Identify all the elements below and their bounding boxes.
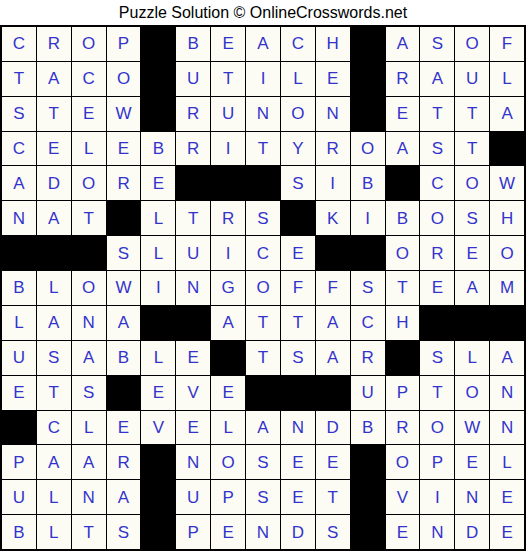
letter-cell-r11c12: P [386,376,420,410]
letter-cell-r15c8: N [246,515,280,549]
letter-cell-r15c9: D [281,515,315,549]
letter-cell-r3c15: A [490,97,524,131]
letter-cell-r1c14: O [455,27,489,61]
black-cell-r9c15 [490,306,524,340]
black-cell-r14c5 [141,480,175,514]
letter-cell-r13c1: P [2,445,36,479]
black-cell-r1c5 [141,27,175,61]
letter-cell-r10c1: U [2,341,36,375]
letter-cell-r3c8: N [246,97,280,131]
letter-cell-r7c12: O [386,236,420,270]
letter-cell-r11c3: S [72,376,106,410]
letter-cell-r13c6: N [176,445,210,479]
black-cell-r2c11 [351,62,385,96]
crossword-grid: CROPBEACHASOFTACOUTILERAULSTEWRUNONETTAC… [0,25,526,551]
letter-cell-r2c15: L [490,62,524,96]
letter-cell-r1c2: R [37,27,71,61]
letter-cell-r3c6: R [176,97,210,131]
letter-cell-r15c13: N [420,515,454,549]
letter-cell-r8c3: O [72,271,106,305]
letter-cell-r1c8: A [246,27,280,61]
letter-cell-r8c8: O [246,271,280,305]
letter-cell-r6c5: L [141,201,175,235]
black-cell-r7c3 [72,236,106,270]
letter-cell-r1c9: C [281,27,315,61]
letter-cell-r1c4: P [107,27,141,61]
letter-cell-r4c2: E [37,132,71,166]
black-cell-r13c11 [351,445,385,479]
letter-cell-r14c8: S [246,480,280,514]
black-cell-r5c8 [246,166,280,200]
letter-cell-r6c11: I [351,201,385,235]
letter-cell-r8c5: I [141,271,175,305]
letter-cell-r12c10: D [316,411,350,445]
letter-cell-r7c7: I [211,236,245,270]
letter-cell-r3c14: T [455,97,489,131]
black-cell-r7c10 [316,236,350,270]
letter-cell-r8c15: M [490,271,524,305]
letter-cell-r15c15: E [490,515,524,549]
letter-cell-r13c2: A [37,445,71,479]
letter-cell-r8c2: L [37,271,71,305]
letter-cell-r9c11: C [351,306,385,340]
letter-cell-r2c2: A [37,62,71,96]
letter-cell-r15c14: D [455,515,489,549]
letter-cell-r14c4: A [107,480,141,514]
letter-cell-r14c10: T [316,480,350,514]
letter-cell-r14c9: E [281,480,315,514]
letter-cell-r2c1: T [2,62,36,96]
black-cell-r15c5 [141,515,175,549]
black-cell-r13c5 [141,445,175,479]
letter-cell-r6c1: N [2,201,36,235]
letter-cell-r4c13: S [420,132,454,166]
letter-cell-r7c5: L [141,236,175,270]
letter-cell-r5c14: O [455,166,489,200]
puzzle-solution-page: Puzzle Solution © OnlineCrosswords.net C… [0,0,526,551]
letter-cell-r6c13: O [420,201,454,235]
letter-cell-r12c7: L [211,411,245,445]
letter-cell-r10c8: T [246,341,280,375]
letter-cell-r3c9: O [281,97,315,131]
letter-cell-r1c12: A [386,27,420,61]
letter-cell-r9c2: A [37,306,71,340]
letter-cell-r10c14: L [455,341,489,375]
black-cell-r5c12 [386,166,420,200]
black-cell-r10c7 [211,341,245,375]
letter-cell-r13c14: E [455,445,489,479]
letter-cell-r14c12: V [386,480,420,514]
letter-cell-r14c2: L [37,480,71,514]
letter-cell-r10c6: E [176,341,210,375]
letter-cell-r1c7: E [211,27,245,61]
letter-cell-r15c6: P [176,515,210,549]
letter-cell-r12c12: R [386,411,420,445]
letter-cell-r4c14: T [455,132,489,166]
black-cell-r12c1 [2,411,36,445]
letter-cell-r3c10: N [316,97,350,131]
letter-cell-r13c13: P [420,445,454,479]
letter-cell-r2c4: O [107,62,141,96]
letter-cell-r10c13: S [420,341,454,375]
letter-cell-r11c14: O [455,376,489,410]
letter-cell-r12c6: E [176,411,210,445]
letter-cell-r2c7: T [211,62,245,96]
letter-cell-r15c2: L [37,515,71,549]
letter-cell-r7c4: S [107,236,141,270]
letter-cell-r7c15: O [490,236,524,270]
letter-cell-r8c9: F [281,271,315,305]
letter-cell-r4c1: C [2,132,36,166]
black-cell-r9c13 [420,306,454,340]
letter-cell-r1c13: S [420,27,454,61]
letter-cell-r15c4: S [107,515,141,549]
letter-cell-r5c10: I [316,166,350,200]
letter-cell-r11c2: T [37,376,71,410]
letter-cell-r12c8: A [246,411,280,445]
letter-cell-r3c3: E [72,97,106,131]
letter-cell-r13c10: E [316,445,350,479]
letter-cell-r6c2: A [37,201,71,235]
letter-cell-r7c14: E [455,236,489,270]
letter-cell-r15c12: E [386,515,420,549]
black-cell-r7c1 [2,236,36,270]
page-title: Puzzle Solution © OnlineCrosswords.net [0,0,526,25]
letter-cell-r3c1: S [2,97,36,131]
letter-cell-r3c12: E [386,97,420,131]
letter-cell-r13c7: O [211,445,245,479]
black-cell-r6c4 [107,201,141,235]
letter-cell-r6c12: B [386,201,420,235]
letter-cell-r6c15: H [490,201,524,235]
letter-cell-r10c11: R [351,341,385,375]
letter-cell-r15c3: T [72,515,106,549]
letter-cell-r7c6: U [176,236,210,270]
letter-cell-r9c7: A [211,306,245,340]
letter-cell-r8c12: T [386,271,420,305]
letter-cell-r6c3: T [72,201,106,235]
letter-cell-r5c11: B [351,166,385,200]
black-cell-r9c6 [176,306,210,340]
letter-cell-r10c2: S [37,341,71,375]
letter-cell-r14c7: P [211,480,245,514]
black-cell-r9c5 [141,306,175,340]
letter-cell-r11c13: T [420,376,454,410]
letter-cell-r8c11: S [351,271,385,305]
letter-cell-r7c9: E [281,236,315,270]
letter-cell-r1c3: O [72,27,106,61]
letter-cell-r2c14: U [455,62,489,96]
letter-cell-r2c10: E [316,62,350,96]
letter-cell-r1c1: C [2,27,36,61]
letter-cell-r9c8: T [246,306,280,340]
letter-cell-r14c15: E [490,480,524,514]
black-cell-r7c11 [351,236,385,270]
letter-cell-r8c13: E [420,271,454,305]
letter-cell-r10c9: S [281,341,315,375]
letter-cell-r11c6: V [176,376,210,410]
letter-cell-r8c4: W [107,271,141,305]
letter-cell-r8c14: A [455,271,489,305]
black-cell-r14c11 [351,480,385,514]
letter-cell-r6c7: R [211,201,245,235]
letter-cell-r3c4: W [107,97,141,131]
letter-cell-r8c6: N [176,271,210,305]
black-cell-r9c14 [455,306,489,340]
black-cell-r5c7 [211,166,245,200]
letter-cell-r9c12: H [386,306,420,340]
letter-cell-r12c15: N [490,411,524,445]
letter-cell-r2c3: C [72,62,106,96]
black-cell-r4c15 [490,132,524,166]
black-cell-r15c11 [351,515,385,549]
letter-cell-r11c11: U [351,376,385,410]
letter-cell-r12c9: N [281,411,315,445]
letter-cell-r6c10: K [316,201,350,235]
letter-cell-r12c14: W [455,411,489,445]
letter-cell-r4c9: Y [281,132,315,166]
letter-cell-r1c10: H [316,27,350,61]
black-cell-r11c4 [107,376,141,410]
letter-cell-r8c10: F [316,271,350,305]
letter-cell-r12c4: E [107,411,141,445]
letter-cell-r14c6: U [176,480,210,514]
letter-cell-r12c3: L [72,411,106,445]
letter-cell-r9c4: A [107,306,141,340]
letter-cell-r13c12: O [386,445,420,479]
letter-cell-r4c12: A [386,132,420,166]
letter-cell-r12c5: V [141,411,175,445]
black-cell-r5c6 [176,166,210,200]
letter-cell-r1c6: B [176,27,210,61]
letter-cell-r15c10: S [316,515,350,549]
letter-cell-r3c13: T [420,97,454,131]
letter-cell-r4c7: I [211,132,245,166]
letter-cell-r5c2: D [37,166,71,200]
black-cell-r11c9 [281,376,315,410]
letter-cell-r3c2: T [37,97,71,131]
letter-cell-r5c5: E [141,166,175,200]
letter-cell-r14c14: N [455,480,489,514]
letter-cell-r2c8: I [246,62,280,96]
letter-cell-r4c3: L [72,132,106,166]
letter-cell-r10c15: A [490,341,524,375]
letter-cell-r6c8: S [246,201,280,235]
letter-cell-r13c4: R [107,445,141,479]
letter-cell-r13c15: L [490,445,524,479]
letter-cell-r4c11: O [351,132,385,166]
letter-cell-r5c13: C [420,166,454,200]
letter-cell-r15c7: E [211,515,245,549]
letter-cell-r9c3: N [72,306,106,340]
letter-cell-r12c2: C [37,411,71,445]
letter-cell-r5c1: A [2,166,36,200]
letter-cell-r14c1: U [2,480,36,514]
letter-cell-r2c9: L [281,62,315,96]
black-cell-r10c12 [386,341,420,375]
letter-cell-r7c8: C [246,236,280,270]
black-cell-r3c5 [141,97,175,131]
letter-cell-r7c13: R [420,236,454,270]
letter-cell-r2c13: A [420,62,454,96]
letter-cell-r11c1: E [2,376,36,410]
black-cell-r6c9 [281,201,315,235]
letter-cell-r11c5: E [141,376,175,410]
letter-cell-r15c1: B [2,515,36,549]
letter-cell-r4c10: R [316,132,350,166]
letter-cell-r14c13: I [420,480,454,514]
letter-cell-r10c5: L [141,341,175,375]
letter-cell-r13c8: S [246,445,280,479]
letter-cell-r5c3: O [72,166,106,200]
letter-cell-r13c9: E [281,445,315,479]
black-cell-r1c11 [351,27,385,61]
letter-cell-r4c8: T [246,132,280,166]
letter-cell-r4c5: B [141,132,175,166]
letter-cell-r2c6: U [176,62,210,96]
letter-cell-r12c11: B [351,411,385,445]
letter-cell-r11c7: E [211,376,245,410]
letter-cell-r9c9: T [281,306,315,340]
letter-cell-r6c14: S [455,201,489,235]
letter-cell-r5c4: R [107,166,141,200]
letter-cell-r9c1: L [2,306,36,340]
letter-cell-r8c7: G [211,271,245,305]
letter-cell-r11c15: N [490,376,524,410]
letter-cell-r10c10: A [316,341,350,375]
black-cell-r7c2 [37,236,71,270]
letter-cell-r4c6: R [176,132,210,166]
letter-cell-r10c4: B [107,341,141,375]
letter-cell-r6c6: T [176,201,210,235]
letter-cell-r5c15: W [490,166,524,200]
letter-cell-r5c9: S [281,166,315,200]
letter-cell-r12c13: O [420,411,454,445]
black-cell-r11c8 [246,376,280,410]
black-cell-r11c10 [316,376,350,410]
letter-cell-r2c12: R [386,62,420,96]
letter-cell-r4c4: E [107,132,141,166]
letter-cell-r1c15: F [490,27,524,61]
letter-cell-r9c10: A [316,306,350,340]
black-cell-r2c5 [141,62,175,96]
letter-cell-r13c3: A [72,445,106,479]
letter-cell-r8c1: B [2,271,36,305]
letter-cell-r14c3: N [72,480,106,514]
black-cell-r3c11 [351,97,385,131]
letter-cell-r10c3: A [72,341,106,375]
letter-cell-r3c7: U [211,97,245,131]
